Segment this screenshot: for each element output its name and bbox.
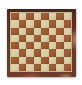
square[interactable] bbox=[56, 28, 64, 35]
square[interactable] bbox=[11, 13, 19, 20]
square[interactable] bbox=[34, 28, 42, 35]
square[interactable] bbox=[34, 13, 42, 20]
square[interactable] bbox=[11, 42, 19, 49]
square[interactable] bbox=[49, 57, 57, 64]
square[interactable] bbox=[19, 20, 27, 27]
square[interactable] bbox=[34, 49, 42, 56]
chess-board-photo bbox=[0, 0, 82, 85]
square[interactable] bbox=[26, 49, 34, 56]
square[interactable] bbox=[49, 35, 57, 42]
square[interactable] bbox=[34, 57, 42, 64]
board-grid bbox=[11, 13, 71, 71]
square[interactable] bbox=[11, 49, 19, 56]
square[interactable] bbox=[41, 49, 49, 56]
chess-board bbox=[7, 9, 76, 77]
square[interactable] bbox=[41, 13, 49, 20]
square[interactable] bbox=[41, 35, 49, 42]
square[interactable] bbox=[19, 57, 27, 64]
square[interactable] bbox=[34, 42, 42, 49]
square[interactable] bbox=[19, 49, 27, 56]
square[interactable] bbox=[64, 64, 72, 71]
square[interactable] bbox=[19, 64, 27, 71]
square[interactable] bbox=[64, 13, 72, 20]
board-inlay-line bbox=[10, 12, 72, 72]
square[interactable] bbox=[11, 57, 19, 64]
square[interactable] bbox=[19, 13, 27, 20]
square[interactable] bbox=[49, 20, 57, 27]
square[interactable] bbox=[26, 28, 34, 35]
square[interactable] bbox=[49, 13, 57, 20]
square[interactable] bbox=[11, 28, 19, 35]
square[interactable] bbox=[64, 42, 72, 49]
square[interactable] bbox=[41, 28, 49, 35]
square[interactable] bbox=[56, 35, 64, 42]
square[interactable] bbox=[26, 20, 34, 27]
square[interactable] bbox=[34, 64, 42, 71]
square[interactable] bbox=[64, 57, 72, 64]
square[interactable] bbox=[26, 64, 34, 71]
square[interactable] bbox=[41, 42, 49, 49]
square[interactable] bbox=[56, 57, 64, 64]
square[interactable] bbox=[11, 35, 19, 42]
square[interactable] bbox=[64, 49, 72, 56]
square[interactable] bbox=[19, 35, 27, 42]
square[interactable] bbox=[56, 42, 64, 49]
square[interactable] bbox=[56, 13, 64, 20]
square[interactable] bbox=[19, 28, 27, 35]
square[interactable] bbox=[49, 64, 57, 71]
square[interactable] bbox=[49, 49, 57, 56]
square[interactable] bbox=[41, 20, 49, 27]
square[interactable] bbox=[26, 42, 34, 49]
square[interactable] bbox=[11, 64, 19, 71]
square[interactable] bbox=[34, 35, 42, 42]
square[interactable] bbox=[26, 35, 34, 42]
square[interactable] bbox=[26, 57, 34, 64]
square[interactable] bbox=[11, 20, 19, 27]
square[interactable] bbox=[26, 13, 34, 20]
square[interactable] bbox=[49, 42, 57, 49]
square[interactable] bbox=[56, 49, 64, 56]
square[interactable] bbox=[49, 28, 57, 35]
square[interactable] bbox=[34, 20, 42, 27]
square[interactable] bbox=[19, 42, 27, 49]
square[interactable] bbox=[64, 28, 72, 35]
square[interactable] bbox=[41, 57, 49, 64]
square[interactable] bbox=[56, 20, 64, 27]
square[interactable] bbox=[41, 64, 49, 71]
square[interactable] bbox=[56, 64, 64, 71]
square[interactable] bbox=[64, 20, 72, 27]
square[interactable] bbox=[64, 35, 72, 42]
